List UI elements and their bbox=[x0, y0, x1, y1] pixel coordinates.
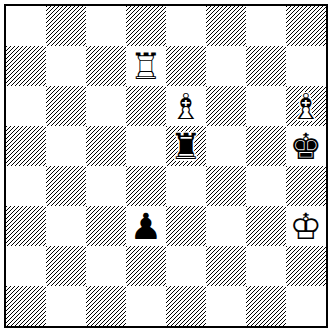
square-g4[interactable] bbox=[246, 166, 286, 206]
square-b2[interactable] bbox=[46, 246, 86, 286]
square-c2[interactable] bbox=[86, 246, 126, 286]
square-e5[interactable]: ♜ bbox=[166, 126, 206, 166]
square-b8[interactable] bbox=[46, 6, 86, 46]
square-c6[interactable] bbox=[86, 86, 126, 126]
square-d6[interactable] bbox=[126, 86, 166, 126]
square-h3[interactable]: ♚♔ bbox=[286, 206, 326, 246]
chess-diagram: ♜♖♝♗♝♗♜♚♟♚♔ bbox=[0, 0, 332, 332]
square-h7[interactable] bbox=[286, 46, 326, 86]
black-rook-e5: ♜ bbox=[166, 126, 206, 166]
white-king-h3: ♔ bbox=[286, 206, 326, 246]
square-g6[interactable] bbox=[246, 86, 286, 126]
square-d2[interactable] bbox=[126, 246, 166, 286]
square-f2[interactable] bbox=[206, 246, 246, 286]
square-h6[interactable]: ♝♗ bbox=[286, 86, 326, 126]
square-e4[interactable] bbox=[166, 166, 206, 206]
square-h1[interactable] bbox=[286, 286, 326, 326]
square-e3[interactable] bbox=[166, 206, 206, 246]
square-f5[interactable] bbox=[206, 126, 246, 166]
square-a2[interactable] bbox=[6, 246, 46, 286]
square-d1[interactable] bbox=[126, 286, 166, 326]
square-f8[interactable] bbox=[206, 6, 246, 46]
square-g3[interactable] bbox=[246, 206, 286, 246]
square-a1[interactable] bbox=[6, 286, 46, 326]
white-rook-fill: ♜ bbox=[126, 46, 166, 86]
square-c5[interactable] bbox=[86, 126, 126, 166]
white-king-fill: ♚ bbox=[286, 206, 326, 246]
square-d5[interactable] bbox=[126, 126, 166, 166]
white-bishop-fill: ♝ bbox=[286, 86, 326, 126]
square-c8[interactable] bbox=[86, 6, 126, 46]
chess-board: ♜♖♝♗♝♗♜♚♟♚♔ bbox=[6, 6, 326, 326]
square-h4[interactable] bbox=[286, 166, 326, 206]
black-pawn-d3: ♟ bbox=[126, 206, 166, 246]
square-f1[interactable] bbox=[206, 286, 246, 326]
square-d4[interactable] bbox=[126, 166, 166, 206]
square-h5[interactable]: ♚ bbox=[286, 126, 326, 166]
square-a7[interactable] bbox=[6, 46, 46, 86]
square-g2[interactable] bbox=[246, 246, 286, 286]
square-g8[interactable] bbox=[246, 6, 286, 46]
square-b6[interactable] bbox=[46, 86, 86, 126]
square-f4[interactable] bbox=[206, 166, 246, 206]
square-h8[interactable] bbox=[286, 6, 326, 46]
white-bishop-e6: ♗ bbox=[166, 86, 206, 126]
black-king-h5: ♚ bbox=[286, 126, 326, 166]
square-c1[interactable] bbox=[86, 286, 126, 326]
square-e1[interactable] bbox=[166, 286, 206, 326]
square-d7[interactable]: ♜♖ bbox=[126, 46, 166, 86]
square-e7[interactable] bbox=[166, 46, 206, 86]
board-frame: ♜♖♝♗♝♗♜♚♟♚♔ bbox=[4, 4, 328, 328]
white-rook-d7: ♖ bbox=[126, 46, 166, 86]
square-g1[interactable] bbox=[246, 286, 286, 326]
square-e6[interactable]: ♝♗ bbox=[166, 86, 206, 126]
square-a5[interactable] bbox=[6, 126, 46, 166]
square-d8[interactable] bbox=[126, 6, 166, 46]
square-g7[interactable] bbox=[246, 46, 286, 86]
square-e2[interactable] bbox=[166, 246, 206, 286]
square-d3[interactable]: ♟ bbox=[126, 206, 166, 246]
square-h2[interactable] bbox=[286, 246, 326, 286]
square-f3[interactable] bbox=[206, 206, 246, 246]
square-b5[interactable] bbox=[46, 126, 86, 166]
square-b3[interactable] bbox=[46, 206, 86, 246]
square-b7[interactable] bbox=[46, 46, 86, 86]
square-a6[interactable] bbox=[6, 86, 46, 126]
square-c3[interactable] bbox=[86, 206, 126, 246]
square-c7[interactable] bbox=[86, 46, 126, 86]
white-bishop-h6: ♗ bbox=[286, 86, 326, 126]
square-f7[interactable] bbox=[206, 46, 246, 86]
square-a4[interactable] bbox=[6, 166, 46, 206]
square-b1[interactable] bbox=[46, 286, 86, 326]
square-a3[interactable] bbox=[6, 206, 46, 246]
square-g5[interactable] bbox=[246, 126, 286, 166]
white-bishop-fill: ♝ bbox=[166, 86, 206, 126]
square-c4[interactable] bbox=[86, 166, 126, 206]
square-f6[interactable] bbox=[206, 86, 246, 126]
square-e8[interactable] bbox=[166, 6, 206, 46]
square-b4[interactable] bbox=[46, 166, 86, 206]
square-a8[interactable] bbox=[6, 6, 46, 46]
